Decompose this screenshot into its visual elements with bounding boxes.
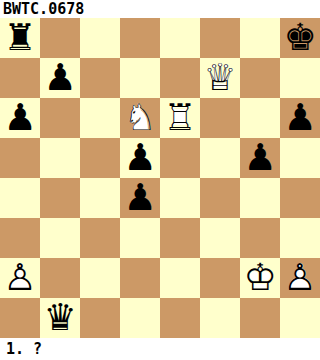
square-h3[interactable] (280, 218, 320, 258)
square-e3[interactable] (160, 218, 200, 258)
black-pawn-piece: ♟ (40, 58, 80, 98)
square-h4[interactable] (280, 178, 320, 218)
caption-bar: 1. ? (0, 338, 320, 360)
square-d3[interactable] (120, 218, 160, 258)
square-a8[interactable]: ♜ (0, 18, 40, 58)
square-e2[interactable] (160, 258, 200, 298)
square-c8[interactable] (80, 18, 120, 58)
square-h1[interactable] (280, 298, 320, 338)
square-g6[interactable] (240, 98, 280, 138)
white-pawn-piece: ♟♙ (0, 258, 40, 298)
square-e6[interactable]: ♜♖ (160, 98, 200, 138)
square-h2[interactable]: ♟♙ (280, 258, 320, 298)
square-f6[interactable] (200, 98, 240, 138)
square-d4[interactable]: ♟ (120, 178, 160, 218)
square-f5[interactable] (200, 138, 240, 178)
piece-outline: ♖ (160, 98, 200, 138)
square-g2[interactable]: ♚♔ (240, 258, 280, 298)
square-a2[interactable]: ♟♙ (0, 258, 40, 298)
square-c2[interactable] (80, 258, 120, 298)
piece-outline: ♙ (280, 258, 320, 298)
piece-outline: ♔ (240, 258, 280, 298)
square-g8[interactable] (240, 18, 280, 58)
black-queen-piece: ♛ (40, 298, 80, 338)
square-f1[interactable] (200, 298, 240, 338)
square-h5[interactable] (280, 138, 320, 178)
square-b4[interactable] (40, 178, 80, 218)
square-c3[interactable] (80, 218, 120, 258)
square-b8[interactable] (40, 18, 80, 58)
title-bar: BWTC.0678 (0, 0, 320, 18)
square-d7[interactable] (120, 58, 160, 98)
white-queen-piece: ♛♕ (200, 58, 240, 98)
square-b1[interactable]: ♛ (40, 298, 80, 338)
white-knight-piece: ♞♘ (120, 98, 160, 138)
square-d8[interactable] (120, 18, 160, 58)
square-a4[interactable] (0, 178, 40, 218)
white-king-piece: ♚♔ (240, 258, 280, 298)
square-c1[interactable] (80, 298, 120, 338)
square-f7[interactable]: ♛♕ (200, 58, 240, 98)
square-e8[interactable] (160, 18, 200, 58)
square-a7[interactable] (0, 58, 40, 98)
square-c6[interactable] (80, 98, 120, 138)
white-pawn-piece: ♟♙ (280, 258, 320, 298)
square-e1[interactable] (160, 298, 200, 338)
square-a5[interactable] (0, 138, 40, 178)
piece-outline: ♕ (200, 58, 240, 98)
piece-outline: ♙ (0, 258, 40, 298)
square-b3[interactable] (40, 218, 80, 258)
black-pawn-piece: ♟ (0, 98, 40, 138)
square-h6[interactable]: ♟ (280, 98, 320, 138)
square-e4[interactable] (160, 178, 200, 218)
black-rook-piece: ♜ (0, 18, 40, 58)
square-f8[interactable] (200, 18, 240, 58)
square-c7[interactable] (80, 58, 120, 98)
black-pawn-piece: ♟ (280, 98, 320, 138)
square-a3[interactable] (0, 218, 40, 258)
square-d6[interactable]: ♞♘ (120, 98, 160, 138)
chess-board: ♜♚♟♛♕♟♞♘♜♖♟♟♟♟♟♙♚♔♟♙♛ (0, 18, 320, 338)
square-g7[interactable] (240, 58, 280, 98)
square-e7[interactable] (160, 58, 200, 98)
square-g4[interactable] (240, 178, 280, 218)
black-pawn-piece: ♟ (120, 138, 160, 178)
black-pawn-piece: ♟ (120, 178, 160, 218)
square-f4[interactable] (200, 178, 240, 218)
square-d1[interactable] (120, 298, 160, 338)
square-c4[interactable] (80, 178, 120, 218)
square-b7[interactable]: ♟ (40, 58, 80, 98)
white-rook-piece: ♜♖ (160, 98, 200, 138)
square-e5[interactable] (160, 138, 200, 178)
square-b6[interactable] (40, 98, 80, 138)
puzzle-id: BWTC.0678 (0, 1, 84, 17)
square-f3[interactable] (200, 218, 240, 258)
black-pawn-piece: ♟ (240, 138, 280, 178)
square-g3[interactable] (240, 218, 280, 258)
square-a1[interactable] (0, 298, 40, 338)
square-g5[interactable]: ♟ (240, 138, 280, 178)
black-king-piece: ♚ (280, 18, 320, 58)
square-d5[interactable]: ♟ (120, 138, 160, 178)
square-b2[interactable] (40, 258, 80, 298)
square-g1[interactable] (240, 298, 280, 338)
square-f2[interactable] (200, 258, 240, 298)
square-h8[interactable]: ♚ (280, 18, 320, 58)
square-b5[interactable] (40, 138, 80, 178)
move-prompt: 1. ? (0, 340, 42, 358)
piece-outline: ♘ (120, 98, 160, 138)
square-d2[interactable] (120, 258, 160, 298)
square-c5[interactable] (80, 138, 120, 178)
square-h7[interactable] (280, 58, 320, 98)
square-a6[interactable]: ♟ (0, 98, 40, 138)
